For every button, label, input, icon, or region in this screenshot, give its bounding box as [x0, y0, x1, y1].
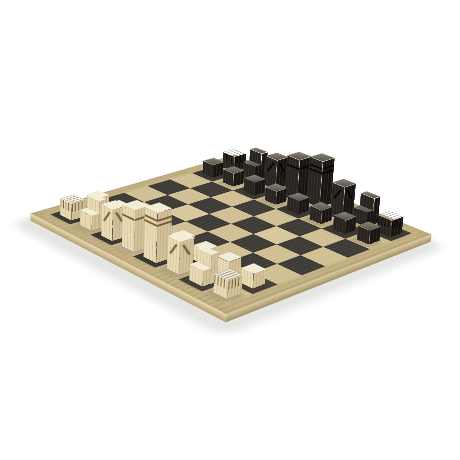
piece-black-pawn	[309, 216, 331, 225]
piece-black-pawn	[265, 197, 287, 205]
piece-black-pawn	[223, 179, 244, 187]
piece-black-pawn	[357, 236, 380, 245]
piece-white-pawn	[240, 278, 265, 289]
piece-black-pawn	[287, 206, 309, 214]
piece-white-rook	[213, 287, 241, 299]
product-photo	[0, 0, 460, 460]
camera-tilt	[0, 0, 460, 460]
piece-black-pawn	[333, 225, 356, 234]
chess-board	[30, 155, 431, 314]
piece-black-pawn	[243, 188, 264, 196]
piece-black-pawn	[202, 171, 223, 178]
